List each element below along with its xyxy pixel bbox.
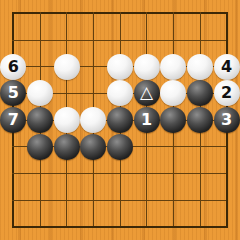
grid-line-horizontal xyxy=(12,173,227,174)
white-stone xyxy=(54,54,80,80)
white-stone xyxy=(160,80,186,106)
black-stone: 7 xyxy=(0,107,26,133)
go-board[interactable]: 645△2713 xyxy=(0,0,240,240)
black-stone: 1 xyxy=(134,107,160,133)
move-number-label: 4 xyxy=(221,58,232,74)
black-stone xyxy=(160,107,186,133)
black-stone xyxy=(107,107,133,133)
move-number-label: 7 xyxy=(8,112,19,128)
move-number-label: 3 xyxy=(221,112,232,128)
white-stone xyxy=(160,54,186,80)
white-stone: 2 xyxy=(214,80,240,106)
white-stone xyxy=(134,54,160,80)
white-stone xyxy=(107,80,133,106)
triangle-mark: △ xyxy=(140,84,153,101)
black-stone xyxy=(107,134,133,160)
black-stone xyxy=(80,134,106,160)
white-stone: 6 xyxy=(0,54,26,80)
black-stone xyxy=(187,107,213,133)
white-stone xyxy=(54,107,80,133)
move-number-label: 2 xyxy=(221,85,232,101)
white-stone xyxy=(107,54,133,80)
white-stone xyxy=(27,80,53,106)
move-number-label: 1 xyxy=(141,112,152,128)
black-stone xyxy=(27,107,53,133)
grid-line-horizontal xyxy=(12,200,227,201)
black-stone: △ xyxy=(134,80,160,106)
white-stone xyxy=(187,54,213,80)
black-stone xyxy=(54,134,80,160)
black-stone: 3 xyxy=(214,107,240,133)
black-stone: 5 xyxy=(0,80,26,106)
black-stone xyxy=(27,134,53,160)
move-number-label: 5 xyxy=(8,85,19,101)
move-number-label: 6 xyxy=(8,58,19,74)
grid-line-horizontal xyxy=(12,226,227,228)
white-stone xyxy=(80,107,106,133)
white-stone: 4 xyxy=(214,54,240,80)
black-stone xyxy=(187,80,213,106)
